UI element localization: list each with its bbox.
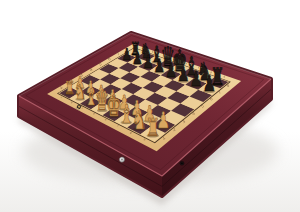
- piece-black-pawn-c7[interactable]: ♟: [143, 51, 154, 72]
- chessboard-scene: aa11bb22cc33dd44ee55ff66gg77hh88♜♞♟♝♟♛♟♚…: [0, 0, 300, 212]
- piece-black-pawn-d7[interactable]: ♟: [154, 55, 166, 77]
- piece-black-pawn-e7[interactable]: ♟: [165, 59, 177, 81]
- piece-black-pawn-b7[interactable]: ♟: [132, 47, 143, 67]
- piece-white-rook-h1[interactable]: ♜: [145, 113, 160, 141]
- piece-black-pawn-f7[interactable]: ♟: [177, 63, 189, 86]
- piece-black-pawn-a7[interactable]: ♟: [122, 44, 132, 63]
- dc-port-icon: [180, 161, 184, 165]
- piece-black-pawn-g7[interactable]: ♟: [189, 66, 202, 90]
- piece-black-pawn-h7[interactable]: ♟: [202, 70, 216, 96]
- chess-set-photo: aa11bb22cc33dd44ee55ff66gg77hh88♜♞♟♝♟♛♟♚…: [0, 0, 300, 212]
- power-button[interactable]: [119, 157, 124, 162]
